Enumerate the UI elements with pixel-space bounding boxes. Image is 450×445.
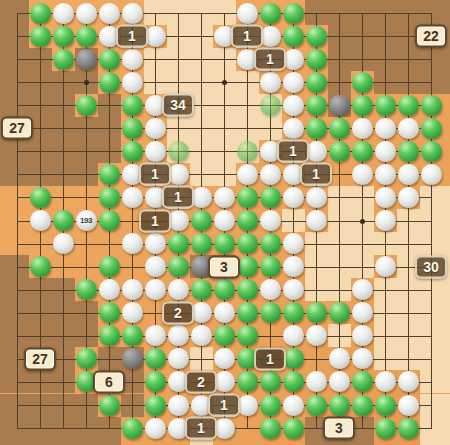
go-board[interactable]: 19311221342711111330227162113 [0, 0, 450, 445]
grid-line-vertical [408, 13, 409, 429]
green-stone[interactable] [260, 233, 281, 254]
white-stone[interactable] [306, 210, 327, 231]
white-stone[interactable] [53, 3, 74, 24]
green-stone[interactable] [237, 279, 258, 300]
white-stone[interactable] [214, 210, 235, 231]
green-territory-cell [0, 417, 29, 445]
white-stone[interactable] [145, 325, 166, 346]
green-stone[interactable] [260, 395, 281, 416]
green-stone[interactable] [191, 279, 212, 300]
white-territory-cell [420, 417, 450, 445]
white-stone[interactable] [352, 348, 373, 369]
green-stone[interactable] [99, 302, 120, 323]
green-stone[interactable] [214, 279, 235, 300]
white-stone[interactable] [283, 325, 304, 346]
green-stone[interactable] [145, 395, 166, 416]
green-stone[interactable] [76, 348, 97, 369]
green-stone[interactable] [237, 233, 258, 254]
green-stone[interactable] [76, 26, 97, 47]
white-stone[interactable] [168, 325, 189, 346]
green-stone[interactable] [53, 210, 74, 231]
green-stone[interactable] [352, 371, 373, 392]
territory-count-badge: 1 [162, 186, 194, 209]
green-stone[interactable] [214, 325, 235, 346]
white-stone[interactable] [214, 302, 235, 323]
green-stone[interactable] [30, 26, 51, 47]
territory-count-badge: 2 [162, 301, 194, 324]
white-stone[interactable] [283, 187, 304, 208]
green-stone[interactable] [191, 233, 212, 254]
green-stone[interactable] [168, 233, 189, 254]
green-stone[interactable] [398, 141, 419, 162]
white-stone[interactable] [122, 279, 143, 300]
territory-count-badge: 34 [162, 94, 194, 117]
green-stone[interactable] [329, 302, 350, 323]
territory-count-badge: 1 [139, 163, 171, 186]
white-stone[interactable] [237, 3, 258, 24]
green-stone[interactable] [352, 95, 373, 116]
green-stone[interactable] [306, 395, 327, 416]
white-stone[interactable] [168, 348, 189, 369]
green-stone[interactable] [122, 118, 143, 139]
white-stone[interactable] [375, 256, 396, 277]
green-stone[interactable] [237, 187, 258, 208]
green-stone[interactable] [191, 210, 212, 231]
white-stone[interactable] [283, 233, 304, 254]
white-stone[interactable] [398, 118, 419, 139]
white-stone[interactable] [122, 233, 143, 254]
white-stone[interactable] [329, 371, 350, 392]
white-stone[interactable] [375, 118, 396, 139]
green-stone[interactable] [30, 3, 51, 24]
green-stone[interactable] [122, 325, 143, 346]
white-stone[interactable] [283, 279, 304, 300]
dead-white-stone[interactable] [329, 95, 350, 116]
white-stone[interactable] [260, 210, 281, 231]
white-stone[interactable] [53, 233, 74, 254]
green-stone[interactable] [122, 95, 143, 116]
white-stone[interactable] [122, 3, 143, 24]
green-stone[interactable] [329, 118, 350, 139]
green-stone[interactable] [306, 72, 327, 93]
white-stone[interactable] [375, 141, 396, 162]
white-stone-last-move[interactable]: 193 [76, 210, 97, 231]
white-stone[interactable] [421, 164, 442, 185]
white-stone[interactable] [283, 72, 304, 93]
white-stone[interactable] [398, 371, 419, 392]
white-stone[interactable] [283, 256, 304, 277]
green-stone[interactable] [375, 95, 396, 116]
green-stone[interactable] [237, 325, 258, 346]
green-stone[interactable] [398, 95, 419, 116]
white-stone[interactable] [352, 164, 373, 185]
green-stone[interactable] [76, 95, 97, 116]
green-stone[interactable] [99, 49, 120, 70]
green-stone[interactable] [260, 256, 281, 277]
green-stone[interactable] [421, 95, 442, 116]
green-stone[interactable] [237, 210, 258, 231]
green-stone[interactable] [260, 302, 281, 323]
territory-count-badge: 1 [231, 25, 263, 48]
white-stone[interactable] [260, 279, 281, 300]
white-stone[interactable] [375, 164, 396, 185]
green-stone[interactable] [260, 187, 281, 208]
white-stone[interactable] [352, 118, 373, 139]
white-stone[interactable] [260, 164, 281, 185]
green-stone[interactable] [306, 95, 327, 116]
white-stone[interactable] [145, 233, 166, 254]
green-stone[interactable] [352, 395, 373, 416]
dead-green-stone[interactable] [260, 95, 281, 116]
green-stone[interactable] [237, 302, 258, 323]
white-stone[interactable] [168, 279, 189, 300]
white-stone[interactable] [306, 187, 327, 208]
green-stone[interactable] [283, 3, 304, 24]
green-stone[interactable] [99, 395, 120, 416]
white-stone[interactable] [375, 210, 396, 231]
territory-count-badge: 6 [93, 370, 125, 393]
green-stone[interactable] [283, 418, 304, 439]
green-stone[interactable] [352, 141, 373, 162]
green-stone[interactable] [306, 49, 327, 70]
territory-count-badge: 1 [300, 163, 332, 186]
dead-white-stone[interactable] [122, 348, 143, 369]
white-stone[interactable] [145, 418, 166, 439]
white-stone[interactable] [168, 395, 189, 416]
white-stone[interactable] [329, 348, 350, 369]
territory-count-badge: 27 [24, 347, 56, 370]
dead-green-stone[interactable] [237, 141, 258, 162]
green-stone[interactable] [145, 371, 166, 392]
white-stone[interactable] [352, 279, 373, 300]
green-stone[interactable] [352, 72, 373, 93]
white-stone[interactable] [283, 395, 304, 416]
white-stone[interactable] [122, 72, 143, 93]
territory-count-badge: 3 [208, 255, 240, 278]
white-stone[interactable] [375, 187, 396, 208]
green-stone[interactable] [260, 371, 281, 392]
territory-count-badge: 27 [1, 117, 33, 140]
green-stone[interactable] [99, 187, 120, 208]
green-stone[interactable] [306, 26, 327, 47]
green-stone[interactable] [375, 395, 396, 416]
territory-count-badge: 22 [415, 25, 447, 48]
territory-count-badge: 1 [116, 25, 148, 48]
green-stone[interactable] [398, 418, 419, 439]
territory-count-badge: 1 [254, 347, 286, 370]
green-stone[interactable] [168, 256, 189, 277]
white-stone[interactable] [145, 141, 166, 162]
white-stone[interactable] [30, 210, 51, 231]
white-stone[interactable] [76, 3, 97, 24]
territory-count-badge: 1 [185, 417, 217, 440]
dead-green-stone[interactable] [168, 141, 189, 162]
green-stone[interactable] [260, 3, 281, 24]
white-stone[interactable] [375, 371, 396, 392]
green-stone[interactable] [283, 26, 304, 47]
white-stone[interactable] [283, 95, 304, 116]
green-stone[interactable] [421, 118, 442, 139]
green-stone[interactable] [99, 210, 120, 231]
white-stone[interactable] [99, 3, 120, 24]
green-stone[interactable] [145, 348, 166, 369]
white-stone[interactable] [122, 49, 143, 70]
last-move-number-label: 193 [80, 216, 92, 225]
white-stone[interactable] [99, 279, 120, 300]
white-stone[interactable] [306, 325, 327, 346]
white-stone[interactable] [214, 348, 235, 369]
green-stone[interactable] [237, 371, 258, 392]
white-stone[interactable] [306, 371, 327, 392]
dead-white-stone[interactable] [76, 49, 97, 70]
white-stone[interactable] [122, 187, 143, 208]
green-stone[interactable] [306, 302, 327, 323]
grid-line-vertical [431, 13, 432, 429]
green-stone[interactable] [283, 302, 304, 323]
white-stone[interactable] [237, 164, 258, 185]
green-stone[interactable] [283, 371, 304, 392]
white-stone[interactable] [214, 187, 235, 208]
green-stone[interactable] [260, 418, 281, 439]
green-stone[interactable] [99, 164, 120, 185]
white-stone[interactable] [191, 325, 212, 346]
green-stone[interactable] [53, 49, 74, 70]
green-stone[interactable] [375, 418, 396, 439]
territory-count-badge: 1 [254, 48, 286, 71]
territory-count-badge: 3 [323, 417, 355, 440]
white-stone[interactable] [398, 164, 419, 185]
white-stone[interactable] [145, 118, 166, 139]
white-stone[interactable] [352, 302, 373, 323]
green-stone[interactable] [30, 187, 51, 208]
green-stone[interactable] [99, 72, 120, 93]
territory-count-badge: 1 [139, 209, 171, 232]
green-stone[interactable] [76, 279, 97, 300]
green-stone[interactable] [30, 256, 51, 277]
territory-count-badge: 1 [277, 140, 309, 163]
green-stone[interactable] [329, 141, 350, 162]
green-stone[interactable] [99, 256, 120, 277]
white-stone[interactable] [145, 279, 166, 300]
green-stone[interactable] [122, 141, 143, 162]
green-stone[interactable] [53, 26, 74, 47]
green-stone[interactable] [421, 141, 442, 162]
territory-count-badge: 30 [415, 255, 447, 278]
territory-count-badge: 1 [208, 394, 240, 417]
white-stone[interactable] [352, 325, 373, 346]
green-stone[interactable] [122, 418, 143, 439]
green-stone[interactable] [99, 325, 120, 346]
green-stone[interactable] [329, 395, 350, 416]
green-stone[interactable] [306, 118, 327, 139]
white-stone[interactable] [122, 302, 143, 323]
white-stone[interactable] [398, 395, 419, 416]
green-stone[interactable] [214, 233, 235, 254]
territory-count-badge: 2 [185, 370, 217, 393]
white-stone[interactable] [260, 72, 281, 93]
white-stone[interactable] [398, 187, 419, 208]
white-stone[interactable] [145, 256, 166, 277]
star-point [360, 219, 365, 224]
white-stone[interactable] [283, 118, 304, 139]
